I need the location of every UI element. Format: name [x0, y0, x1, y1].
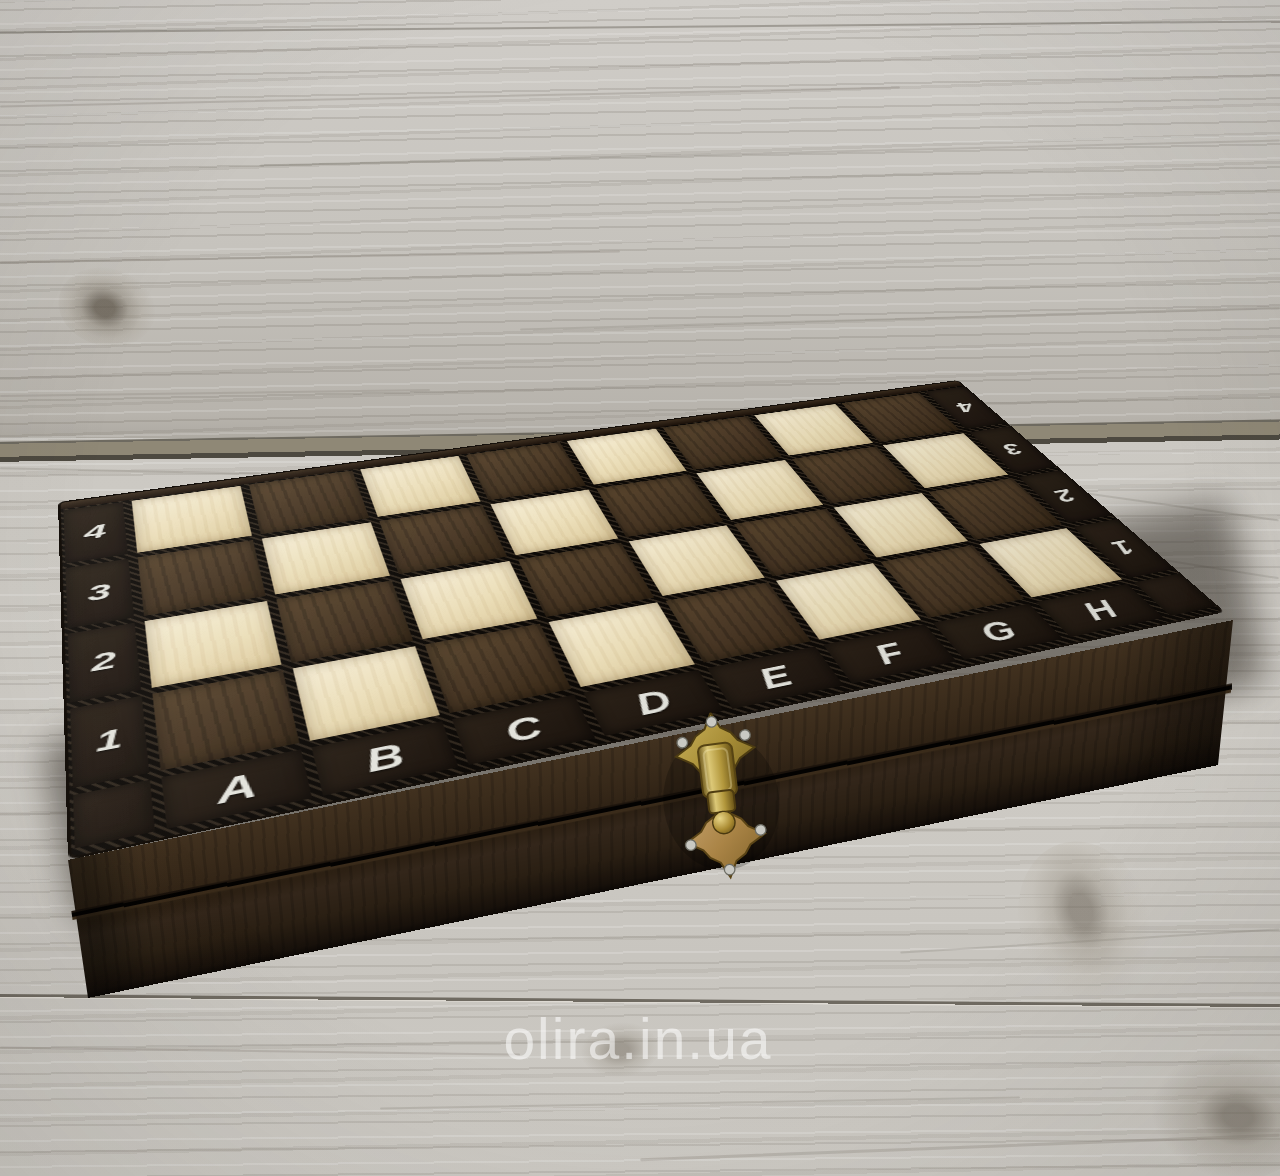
frame-corner-left	[73, 780, 155, 849]
rank-label-left-1: 1	[70, 696, 149, 788]
watermark-text: olira.in.ua	[503, 1006, 772, 1072]
product-photo-scene: 44332211ABCDEFGH	[0, 0, 1280, 1176]
rank-label-left-3: 3	[65, 559, 134, 629]
rank-label-left-4: 4	[63, 502, 127, 563]
rank-label-left-2: 2	[68, 623, 142, 703]
latch-clasp	[632, 703, 810, 895]
latch-strike-loop	[707, 790, 736, 814]
background-wall-planks	[0, 0, 1280, 452]
